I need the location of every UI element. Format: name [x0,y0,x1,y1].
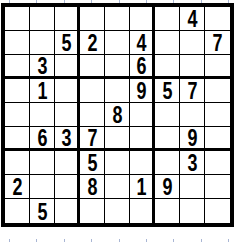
given-digit: 9 [162,176,172,199]
cell-r3c3[interactable] [55,55,80,79]
cell-r8c4[interactable]: 8 [80,175,105,199]
cell-r7c7[interactable] [155,151,180,175]
cell-r6c8[interactable]: 9 [180,127,205,151]
cell-r1c2[interactable] [30,7,55,31]
given-digit: 5 [37,201,47,224]
cell-r6c5[interactable] [105,127,130,151]
cell-r2c9[interactable]: 7 [205,31,230,55]
given-digit: 1 [136,176,146,199]
cell-r1c3[interactable] [55,7,80,31]
given-digit: 8 [87,176,97,199]
cell-r3c2[interactable]: 3 [30,55,55,79]
cell-r7c1[interactable] [5,151,30,175]
cell-r1c9[interactable] [205,7,230,31]
cell-r4c4[interactable] [80,79,105,103]
cell-r8c5[interactable] [105,175,130,199]
cell-r1c1[interactable] [5,7,30,31]
cell-r2c2[interactable] [30,31,55,55]
background-gridline-tick [146,0,147,3]
cell-r4c8[interactable]: 7 [180,79,205,103]
given-digit: 3 [187,152,197,175]
background-gridline-tick [173,0,174,3]
cell-r5c1[interactable] [5,103,30,127]
given-digit: 7 [87,127,97,150]
background-gridline-tick [201,0,202,3]
cell-r4c5[interactable] [105,79,130,103]
cell-r7c8[interactable]: 3 [180,151,205,175]
cell-r2c8[interactable] [180,31,205,55]
given-digit: 5 [87,152,97,175]
given-digit: 9 [187,127,197,150]
cell-r8c9[interactable] [205,175,230,199]
cell-r3c5[interactable] [105,55,130,79]
given-digit: 5 [61,32,71,55]
given-digit: 1 [37,80,47,103]
background-gridline-tick [228,0,229,3]
cell-r9c9[interactable] [205,199,230,223]
cell-r8c3[interactable] [55,175,80,199]
background-gridline-tick [9,0,10,3]
cell-r9c8[interactable] [180,199,205,223]
given-digit: 8 [112,104,122,127]
cell-r3c9[interactable] [205,55,230,79]
cell-r3c1[interactable] [5,55,30,79]
background-gridline-tick [36,0,37,3]
given-digit: 3 [61,127,71,150]
sudoku-board: 45247361957863795328195 [1,3,234,227]
cell-r9c7[interactable] [155,199,180,223]
cell-r3c7[interactable] [155,55,180,79]
cell-r2c5[interactable] [105,31,130,55]
cell-r8c2[interactable] [30,175,55,199]
cell-r4c3[interactable] [55,79,80,103]
cell-r4c6[interactable]: 9 [130,79,155,103]
cell-r9c4[interactable] [80,199,105,223]
cell-r6c9[interactable] [205,127,230,151]
cell-r4c1[interactable] [5,79,30,103]
given-digit: 2 [12,176,22,199]
cell-r2c1[interactable] [5,31,30,55]
cell-r8c6[interactable]: 1 [130,175,155,199]
cell-r1c5[interactable] [105,7,130,31]
cell-r2c6[interactable]: 4 [130,31,155,55]
cell-r6c4[interactable]: 7 [80,127,105,151]
cell-r7c9[interactable] [205,151,230,175]
cell-r4c7[interactable]: 5 [155,79,180,103]
given-digit: 5 [162,80,172,103]
cell-r9c1[interactable] [5,199,30,223]
given-digit: 2 [87,32,97,55]
cell-r6c3[interactable]: 3 [55,127,80,151]
cell-r5c2[interactable] [30,103,55,127]
cell-r5c4[interactable] [80,103,105,127]
given-digit: 7 [187,80,197,103]
cell-r9c5[interactable] [105,199,130,223]
cell-r5c9[interactable] [205,103,230,127]
sudoku-screenshot: 45247361957863795328195 [0,0,248,242]
cell-r6c2[interactable]: 6 [30,127,55,151]
cell-r7c2[interactable] [30,151,55,175]
cell-r2c3[interactable]: 5 [55,31,80,55]
cell-r7c5[interactable] [105,151,130,175]
cell-r1c4[interactable] [80,7,105,31]
cell-r6c6[interactable] [130,127,155,151]
cell-r1c7[interactable] [155,7,180,31]
cell-r6c7[interactable] [155,127,180,151]
cell-r8c8[interactable] [180,175,205,199]
cell-r4c9[interactable] [205,79,230,103]
cell-r7c3[interactable] [55,151,80,175]
cell-r5c7[interactable] [155,103,180,127]
given-digit: 4 [136,32,146,55]
background-gridline-tick [119,0,120,3]
cell-r8c7[interactable]: 9 [155,175,180,199]
given-digit: 6 [136,55,146,78]
background-gridline-tick [64,0,65,3]
cell-r1c6[interactable] [130,7,155,31]
cell-r6c1[interactable] [5,127,30,151]
cell-r5c3[interactable] [55,103,80,127]
cell-r2c4[interactable]: 2 [80,31,105,55]
cell-r9c2[interactable]: 5 [30,199,55,223]
cell-r1c8[interactable]: 4 [180,7,205,31]
given-digit: 9 [136,80,146,103]
cell-r8c1[interactable]: 2 [5,175,30,199]
given-digit: 6 [37,127,47,150]
cell-r5c6[interactable] [130,103,155,127]
cell-r3c6[interactable]: 6 [130,55,155,79]
cell-r7c4[interactable]: 5 [80,151,105,175]
given-digit: 4 [187,8,197,31]
cell-r3c4[interactable] [80,55,105,79]
cell-r7c6[interactable] [130,151,155,175]
given-digit: 7 [213,32,223,55]
cell-r5c8[interactable] [180,103,205,127]
background-gridline-tick [91,0,92,3]
cell-r5c5[interactable]: 8 [105,103,130,127]
given-digit: 3 [37,55,47,78]
cell-r2c7[interactable] [155,31,180,55]
cell-r4c2[interactable]: 1 [30,79,55,103]
cell-r3c8[interactable] [180,55,205,79]
cell-r9c6[interactable] [130,199,155,223]
cell-r9c3[interactable] [55,199,80,223]
